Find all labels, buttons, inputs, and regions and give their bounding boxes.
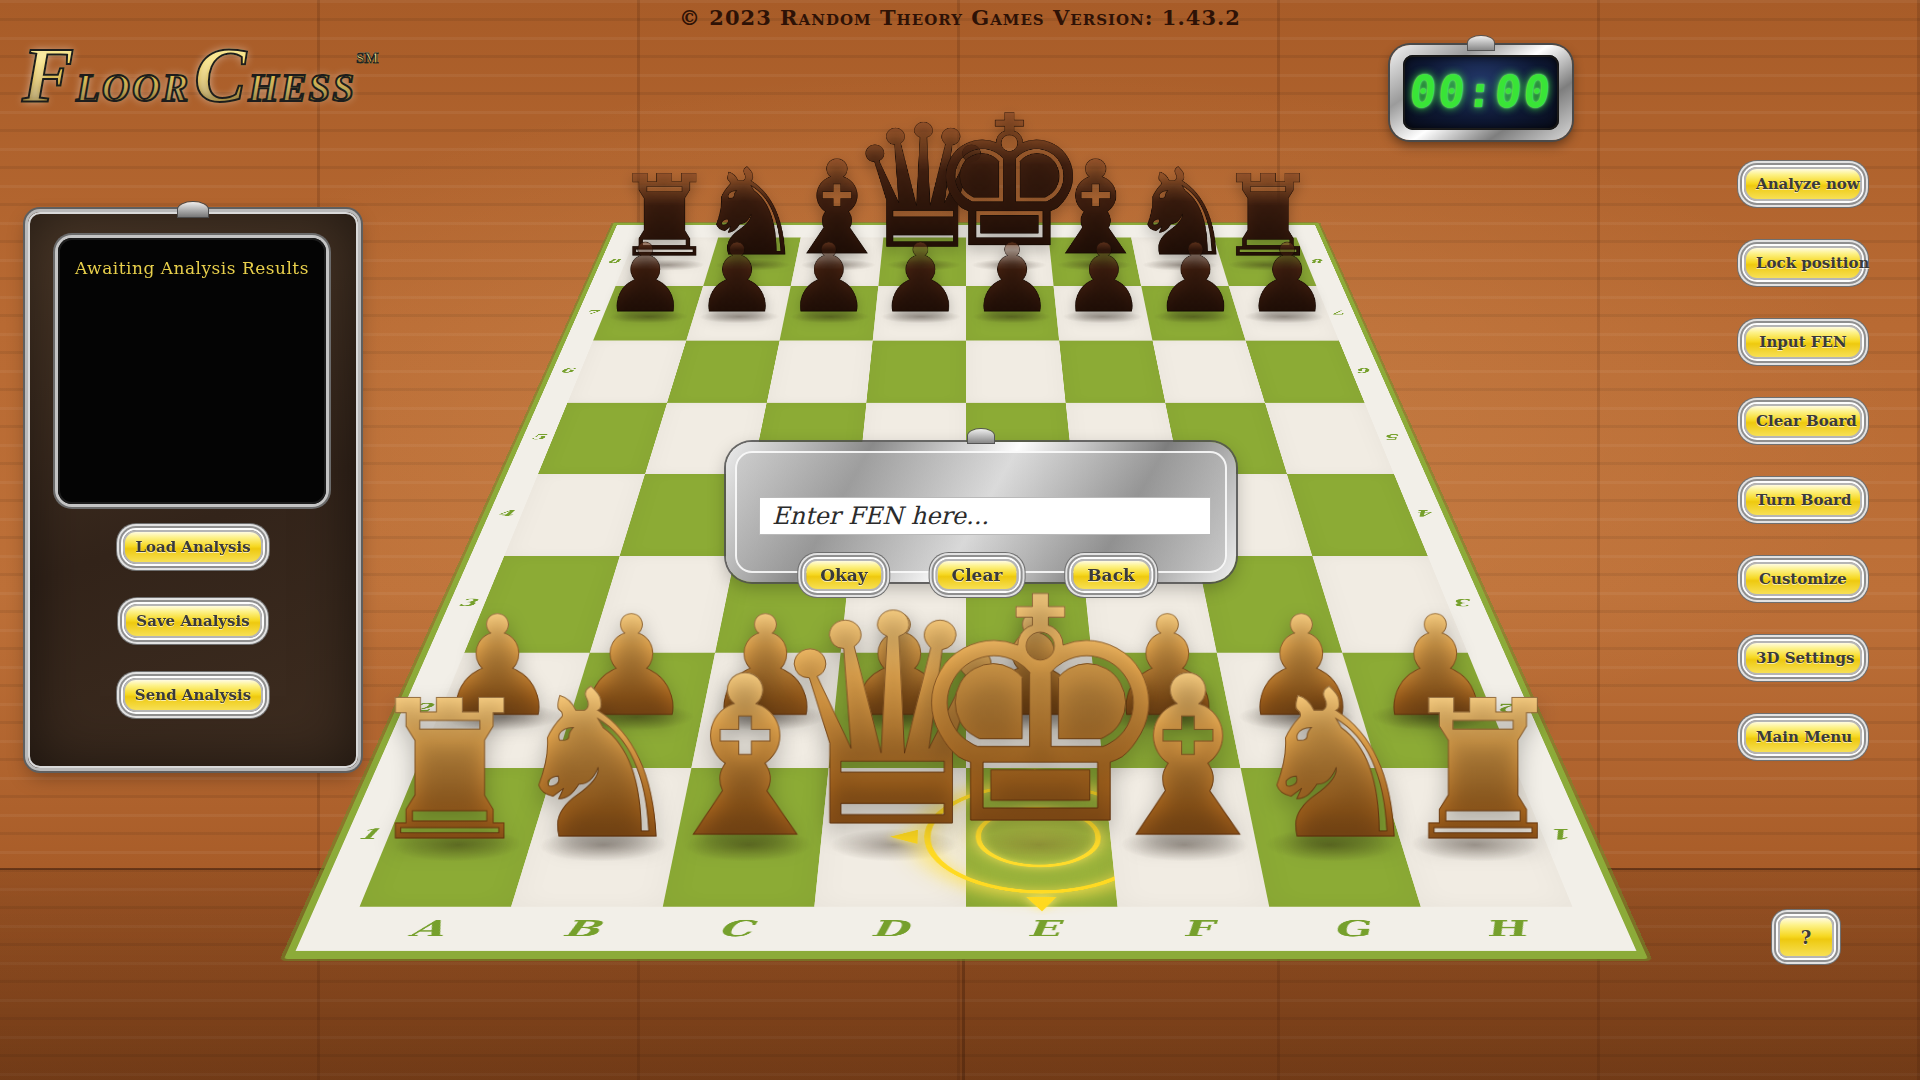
fen-dialog: OkayClearBack (726, 442, 1236, 582)
square-b7[interactable]: ♟ (686, 286, 790, 341)
logo-word-chess: Chess (194, 30, 356, 120)
rank-label-right-6: 6 (1357, 367, 1374, 374)
square-h4[interactable] (1287, 474, 1428, 556)
black-pawn-h7[interactable]: ♟ (1244, 231, 1329, 326)
input-fen-button[interactable]: Input FEN (1744, 325, 1862, 359)
game-clock: 00:00 (1390, 45, 1572, 140)
clear-button[interactable]: Clear (936, 559, 1019, 591)
rank-label-left-5: 5 (529, 433, 547, 442)
okay-button[interactable]: Okay (804, 559, 883, 591)
white-rook-h1[interactable]: ♜ (1396, 675, 1569, 868)
copyright-text: © 2023 Random Theory Games Version: 1.43… (0, 5, 1920, 30)
square-e6[interactable] (966, 340, 1066, 402)
black-pawn-g7[interactable]: ♟ (1153, 231, 1238, 326)
square-a6[interactable] (568, 340, 687, 402)
square-c6[interactable] (767, 340, 873, 402)
square-d6[interactable] (866, 340, 966, 402)
square-h1[interactable]: ♜ (1378, 768, 1573, 907)
square-e7[interactable]: ♟ (966, 286, 1059, 341)
square-d7[interactable]: ♟ (873, 286, 966, 341)
analysis-results-screen: Awaiting Analysis Results (58, 238, 326, 504)
load-analysis-button[interactable]: Load Analysis (123, 530, 262, 564)
file-label-f: F (1180, 916, 1215, 941)
rank-label-left-6: 6 (558, 367, 575, 374)
black-pawn-c7[interactable]: ♟ (786, 231, 871, 326)
black-pawn-e7[interactable]: ♟ (969, 231, 1054, 326)
black-pawn-a7[interactable]: ♟ (603, 231, 688, 326)
square-c7[interactable]: ♟ (780, 286, 879, 341)
file-label-d: D (870, 916, 909, 941)
clock-screen: 00:00 (1403, 55, 1559, 130)
file-label-g: G (1329, 916, 1372, 941)
turn-board-button[interactable]: Turn Board (1744, 483, 1862, 517)
square-f6[interactable] (1059, 340, 1165, 402)
square-h6[interactable] (1246, 340, 1365, 402)
rank-label-left-4: 4 (496, 508, 516, 518)
square-b6[interactable] (667, 340, 779, 402)
square-g1[interactable]: ♞ (1241, 768, 1421, 907)
back-button[interactable]: Back (1071, 559, 1151, 591)
analysis-status-text: Awaiting Analysis Results (58, 258, 326, 278)
file-label-a: A (406, 916, 449, 941)
logo-word-floor: Floor (22, 30, 190, 120)
square-g7[interactable]: ♟ (1141, 286, 1245, 341)
analyze-now-button[interactable]: Analyze now (1744, 167, 1862, 201)
black-pawn-d7[interactable]: ♟ (878, 231, 963, 326)
square-h7[interactable]: ♟ (1229, 286, 1339, 341)
file-label-b: B (560, 916, 603, 941)
clear-board-button[interactable]: Clear Board (1744, 404, 1862, 438)
send-analysis-button[interactable]: Send Analysis (123, 678, 263, 712)
app-logo: Floor ChessSM (22, 30, 378, 120)
analysis-panel: Awaiting Analysis Results Load AnalysisS… (28, 212, 358, 768)
file-label-h: H (1480, 916, 1530, 941)
black-pawn-f7[interactable]: ♟ (1061, 231, 1146, 326)
file-label-c: C (716, 916, 754, 941)
3d-settings-button[interactable]: 3D Settings (1744, 641, 1862, 675)
target-arrow-s-icon (1026, 897, 1058, 911)
lock-position-button[interactable]: Lock position (1744, 246, 1862, 280)
analysis-buttons: Load AnalysisSave AnalysisSend Analysis (28, 530, 358, 712)
customize-button[interactable]: Customize (1744, 562, 1862, 596)
black-pawn-b7[interactable]: ♟ (694, 231, 779, 326)
logo-service-mark: SM (356, 50, 379, 67)
menu-buttons: Analyze nowLock positionInput FENClear B… (1744, 167, 1862, 754)
rank-label-left-7: 7 (584, 309, 600, 316)
rank-label-right-7: 7 (1333, 309, 1349, 316)
square-f7[interactable]: ♟ (1054, 286, 1153, 341)
main-menu-button[interactable]: Main Menu (1744, 720, 1862, 754)
clock-time: 00:00 (1399, 55, 1563, 128)
rank-label-right-4: 4 (1416, 508, 1436, 518)
save-analysis-button[interactable]: Save Analysis (124, 604, 261, 638)
square-a7[interactable]: ♟ (593, 286, 703, 341)
file-label-e: E (1026, 916, 1060, 941)
square-h5[interactable] (1265, 402, 1394, 473)
help-button[interactable]: ? (1778, 916, 1834, 958)
rank-label-right-5: 5 (1385, 433, 1403, 442)
fen-input[interactable] (759, 497, 1211, 535)
